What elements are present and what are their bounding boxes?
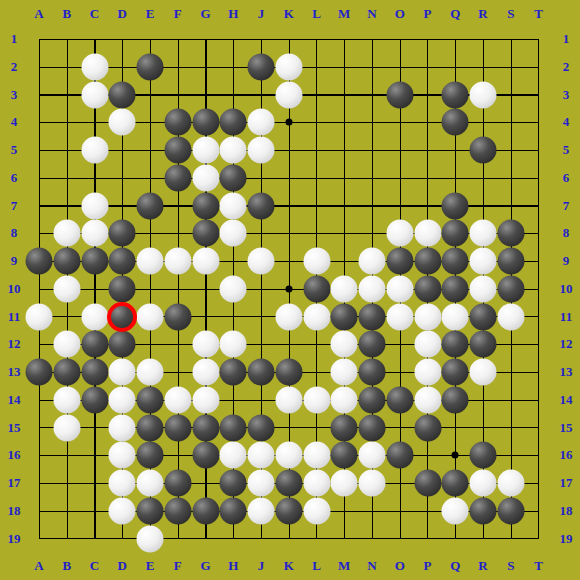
- black-stone-f15: [164, 414, 191, 441]
- black-stone-e2: [137, 53, 164, 80]
- black-stone-n14: [359, 386, 386, 413]
- black-stone-q13: [442, 359, 469, 386]
- black-stone-e18: [137, 497, 164, 524]
- row-label-right-10: 10: [560, 281, 573, 297]
- row-label-left-11: 11: [8, 309, 20, 325]
- row-label-right-11: 11: [560, 309, 572, 325]
- column-label-bottom-o: O: [395, 558, 405, 574]
- column-label-bottom-r: R: [478, 558, 487, 574]
- white-stone-r17: [470, 470, 497, 497]
- white-stone-k16: [275, 442, 302, 469]
- white-stone-q18: [442, 497, 469, 524]
- black-stone-g4: [192, 109, 219, 136]
- black-stone-f18: [164, 497, 191, 524]
- white-stone-m12: [331, 331, 358, 358]
- go-board[interactable]: AABBCCDDEEFFGGHHJJKKLLMMNNOOPPQQRRSSTT11…: [0, 0, 580, 580]
- white-stone-g9: [192, 248, 219, 275]
- black-stone-j7: [248, 192, 275, 219]
- white-stone-b8: [53, 220, 80, 247]
- black-stone-s8: [497, 220, 524, 247]
- black-stone-n11: [359, 303, 386, 330]
- black-stone-q3: [442, 81, 469, 108]
- white-stone-j5: [248, 137, 275, 164]
- column-label-top-l: L: [312, 6, 321, 22]
- black-stone-p15: [414, 414, 441, 441]
- white-stone-h10: [220, 275, 247, 302]
- row-label-left-1: 1: [11, 31, 18, 47]
- white-stone-d13: [109, 359, 136, 386]
- white-stone-b12: [53, 331, 80, 358]
- white-stone-g12: [192, 331, 219, 358]
- white-stone-r13: [470, 359, 497, 386]
- white-stone-d4: [109, 109, 136, 136]
- black-stone-g8: [192, 220, 219, 247]
- white-stone-l9: [303, 248, 330, 275]
- column-label-bottom-a: A: [34, 558, 43, 574]
- white-stone-d18: [109, 497, 136, 524]
- white-stone-p14: [414, 386, 441, 413]
- white-stone-s11: [497, 303, 524, 330]
- star-point-q16: [452, 452, 459, 459]
- black-stone-h15: [220, 414, 247, 441]
- row-label-left-3: 3: [11, 87, 18, 103]
- row-label-left-6: 6: [11, 170, 18, 186]
- black-stone-r5: [470, 137, 497, 164]
- row-label-right-4: 4: [563, 114, 570, 130]
- white-stone-l16: [303, 442, 330, 469]
- white-stone-a11: [26, 303, 53, 330]
- column-label-top-t: T: [534, 6, 543, 22]
- white-stone-k11: [275, 303, 302, 330]
- black-stone-k18: [275, 497, 302, 524]
- black-stone-f6: [164, 164, 191, 191]
- black-stone-o16: [386, 442, 413, 469]
- white-stone-e13: [137, 359, 164, 386]
- column-label-bottom-h: H: [228, 558, 238, 574]
- white-stone-n10: [359, 275, 386, 302]
- black-stone-b13: [53, 359, 80, 386]
- black-stone-d8: [109, 220, 136, 247]
- column-label-top-j: J: [258, 6, 265, 22]
- black-stone-s18: [497, 497, 524, 524]
- white-stone-m13: [331, 359, 358, 386]
- white-stone-d17: [109, 470, 136, 497]
- white-stone-n16: [359, 442, 386, 469]
- black-stone-h18: [220, 497, 247, 524]
- row-label-left-15: 15: [8, 420, 21, 436]
- row-label-left-8: 8: [11, 225, 18, 241]
- black-stone-k13: [275, 359, 302, 386]
- black-stone-s10: [497, 275, 524, 302]
- black-stone-n15: [359, 414, 386, 441]
- black-stone-h13: [220, 359, 247, 386]
- column-label-bottom-m: M: [338, 558, 350, 574]
- black-stone-j13: [248, 359, 275, 386]
- white-stone-o8: [386, 220, 413, 247]
- white-stone-g13: [192, 359, 219, 386]
- black-stone-g18: [192, 497, 219, 524]
- black-stone-h4: [220, 109, 247, 136]
- black-stone-e14: [137, 386, 164, 413]
- row-label-right-12: 12: [560, 336, 573, 352]
- column-label-bottom-j: J: [258, 558, 265, 574]
- column-label-bottom-q: Q: [450, 558, 460, 574]
- white-stone-j17: [248, 470, 275, 497]
- white-stone-b14: [53, 386, 80, 413]
- white-stone-r9: [470, 248, 497, 275]
- column-label-top-g: G: [200, 6, 210, 22]
- column-label-top-o: O: [395, 6, 405, 22]
- row-label-right-8: 8: [563, 225, 570, 241]
- row-label-left-17: 17: [8, 475, 21, 491]
- white-stone-l14: [303, 386, 330, 413]
- row-label-left-5: 5: [11, 142, 18, 158]
- black-stone-d10: [109, 275, 136, 302]
- white-stone-e19: [137, 525, 164, 552]
- black-stone-f11: [164, 303, 191, 330]
- white-stone-p12: [414, 331, 441, 358]
- white-stone-j4: [248, 109, 275, 136]
- black-stone-q14: [442, 386, 469, 413]
- column-label-bottom-e: E: [146, 558, 155, 574]
- white-stone-p8: [414, 220, 441, 247]
- column-label-bottom-s: S: [507, 558, 514, 574]
- row-label-left-12: 12: [8, 336, 21, 352]
- black-stone-g15: [192, 414, 219, 441]
- column-label-bottom-n: N: [367, 558, 376, 574]
- row-label-left-2: 2: [11, 59, 18, 75]
- white-stone-k2: [275, 53, 302, 80]
- black-stone-g16: [192, 442, 219, 469]
- white-stone-f9: [164, 248, 191, 275]
- black-stone-n12: [359, 331, 386, 358]
- column-label-top-m: M: [338, 6, 350, 22]
- white-stone-e17: [137, 470, 164, 497]
- white-stone-d14: [109, 386, 136, 413]
- row-label-right-13: 13: [560, 364, 573, 380]
- row-label-right-9: 9: [563, 253, 570, 269]
- white-stone-d16: [109, 442, 136, 469]
- column-label-top-b: B: [62, 6, 71, 22]
- column-label-top-n: N: [367, 6, 376, 22]
- white-stone-k14: [275, 386, 302, 413]
- row-label-right-15: 15: [560, 420, 573, 436]
- row-label-left-16: 16: [8, 447, 21, 463]
- white-stone-m17: [331, 470, 358, 497]
- column-label-top-d: D: [118, 6, 127, 22]
- black-stone-r16: [470, 442, 497, 469]
- black-stone-c13: [81, 359, 108, 386]
- row-label-right-5: 5: [563, 142, 570, 158]
- white-stone-n9: [359, 248, 386, 275]
- white-stone-c3: [81, 81, 108, 108]
- white-stone-k3: [275, 81, 302, 108]
- black-stone-p17: [414, 470, 441, 497]
- column-label-top-a: A: [34, 6, 43, 22]
- black-stone-p10: [414, 275, 441, 302]
- row-label-left-7: 7: [11, 198, 18, 214]
- row-label-right-1: 1: [563, 31, 570, 47]
- white-stone-c5: [81, 137, 108, 164]
- column-label-bottom-l: L: [312, 558, 321, 574]
- black-stone-j15: [248, 414, 275, 441]
- column-label-top-q: Q: [450, 6, 460, 22]
- white-stone-l11: [303, 303, 330, 330]
- white-stone-p11: [414, 303, 441, 330]
- black-stone-f4: [164, 109, 191, 136]
- row-label-left-14: 14: [8, 392, 21, 408]
- white-stone-f14: [164, 386, 191, 413]
- black-stone-b9: [53, 248, 80, 275]
- black-stone-q8: [442, 220, 469, 247]
- black-stone-d12: [109, 331, 136, 358]
- white-stone-b15: [53, 414, 80, 441]
- white-stone-j9: [248, 248, 275, 275]
- black-stone-m15: [331, 414, 358, 441]
- white-stone-r8: [470, 220, 497, 247]
- white-stone-r10: [470, 275, 497, 302]
- black-stone-q17: [442, 470, 469, 497]
- column-label-bottom-b: B: [62, 558, 71, 574]
- white-stone-l17: [303, 470, 330, 497]
- row-label-left-9: 9: [11, 253, 18, 269]
- black-stone-d9: [109, 248, 136, 275]
- row-label-right-2: 2: [563, 59, 570, 75]
- white-stone-h8: [220, 220, 247, 247]
- white-stone-c8: [81, 220, 108, 247]
- row-label-right-3: 3: [563, 87, 570, 103]
- black-stone-e7: [137, 192, 164, 219]
- black-stone-q7: [442, 192, 469, 219]
- row-label-left-4: 4: [11, 114, 18, 130]
- column-label-bottom-k: K: [284, 558, 294, 574]
- last-move-marker: [107, 302, 137, 332]
- white-stone-o10: [386, 275, 413, 302]
- black-stone-r11: [470, 303, 497, 330]
- row-label-right-18: 18: [560, 503, 573, 519]
- black-stone-q9: [442, 248, 469, 275]
- black-stone-n13: [359, 359, 386, 386]
- white-stone-r3: [470, 81, 497, 108]
- black-stone-q10: [442, 275, 469, 302]
- black-stone-c14: [81, 386, 108, 413]
- black-stone-h6: [220, 164, 247, 191]
- black-stone-s9: [497, 248, 524, 275]
- column-label-bottom-p: P: [424, 558, 432, 574]
- black-stone-c12: [81, 331, 108, 358]
- column-label-bottom-g: G: [200, 558, 210, 574]
- row-label-right-7: 7: [563, 198, 570, 214]
- row-label-left-18: 18: [8, 503, 21, 519]
- star-point-k10: [285, 285, 292, 292]
- white-stone-g14: [192, 386, 219, 413]
- black-stone-c9: [81, 248, 108, 275]
- white-stone-j18: [248, 497, 275, 524]
- row-label-left-13: 13: [8, 364, 21, 380]
- black-stone-o14: [386, 386, 413, 413]
- black-stone-l10: [303, 275, 330, 302]
- black-stone-k17: [275, 470, 302, 497]
- black-stone-o9: [386, 248, 413, 275]
- white-stone-p13: [414, 359, 441, 386]
- white-stone-n17: [359, 470, 386, 497]
- column-label-top-e: E: [146, 6, 155, 22]
- white-stone-l18: [303, 497, 330, 524]
- row-label-left-19: 19: [8, 531, 21, 547]
- black-stone-g7: [192, 192, 219, 219]
- black-stone-r12: [470, 331, 497, 358]
- column-label-top-c: C: [90, 6, 99, 22]
- white-stone-g6: [192, 164, 219, 191]
- black-stone-h17: [220, 470, 247, 497]
- white-stone-o11: [386, 303, 413, 330]
- black-stone-e16: [137, 442, 164, 469]
- white-stone-c11: [81, 303, 108, 330]
- black-stone-a9: [26, 248, 53, 275]
- column-label-bottom-d: D: [118, 558, 127, 574]
- black-stone-m11: [331, 303, 358, 330]
- white-stone-q11: [442, 303, 469, 330]
- white-stone-s17: [497, 470, 524, 497]
- column-label-top-p: P: [424, 6, 432, 22]
- white-stone-e11: [137, 303, 164, 330]
- white-stone-g5: [192, 137, 219, 164]
- white-stone-j16: [248, 442, 275, 469]
- column-label-top-f: F: [174, 6, 182, 22]
- black-stone-f17: [164, 470, 191, 497]
- white-stone-d15: [109, 414, 136, 441]
- column-label-top-s: S: [507, 6, 514, 22]
- white-stone-h16: [220, 442, 247, 469]
- white-stone-h7: [220, 192, 247, 219]
- white-stone-h12: [220, 331, 247, 358]
- white-stone-b10: [53, 275, 80, 302]
- white-stone-m14: [331, 386, 358, 413]
- star-point-k4: [285, 119, 292, 126]
- black-stone-r18: [470, 497, 497, 524]
- white-stone-e9: [137, 248, 164, 275]
- black-stone-j2: [248, 53, 275, 80]
- column-label-bottom-c: C: [90, 558, 99, 574]
- row-label-left-10: 10: [8, 281, 21, 297]
- black-stone-e15: [137, 414, 164, 441]
- column-label-top-k: K: [284, 6, 294, 22]
- column-label-bottom-t: T: [534, 558, 543, 574]
- white-stone-c7: [81, 192, 108, 219]
- row-label-right-19: 19: [560, 531, 573, 547]
- black-stone-f5: [164, 137, 191, 164]
- white-stone-c2: [81, 53, 108, 80]
- column-label-top-r: R: [478, 6, 487, 22]
- row-label-right-16: 16: [560, 447, 573, 463]
- white-stone-m10: [331, 275, 358, 302]
- black-stone-d3: [109, 81, 136, 108]
- black-stone-p9: [414, 248, 441, 275]
- black-stone-a13: [26, 359, 53, 386]
- row-label-right-6: 6: [563, 170, 570, 186]
- column-label-top-h: H: [228, 6, 238, 22]
- black-stone-o3: [386, 81, 413, 108]
- black-stone-q4: [442, 109, 469, 136]
- white-stone-h5: [220, 137, 247, 164]
- row-label-right-17: 17: [560, 475, 573, 491]
- black-stone-q12: [442, 331, 469, 358]
- column-label-bottom-f: F: [174, 558, 182, 574]
- black-stone-m16: [331, 442, 358, 469]
- row-label-right-14: 14: [560, 392, 573, 408]
